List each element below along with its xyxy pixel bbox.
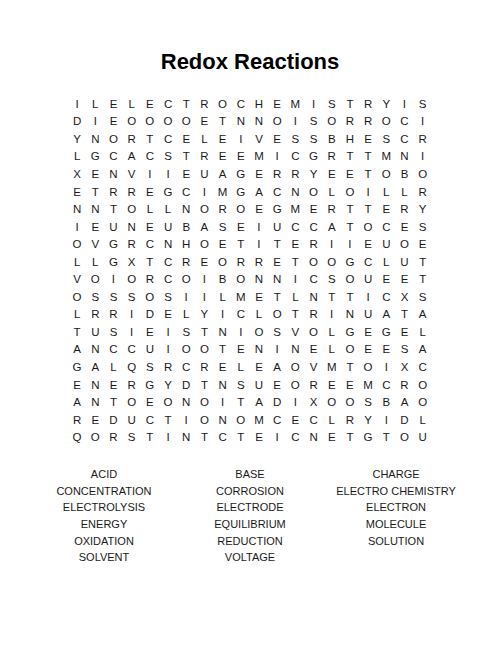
grid-cell-r12c1: O <box>68 288 86 306</box>
grid-cell-r1c15: S <box>323 95 341 113</box>
grid-cell-r11c19: E <box>395 270 413 288</box>
grid-cell-r13c2: R <box>86 306 104 324</box>
grid-cell-r8c19: E <box>395 218 413 236</box>
grid-cell-r15c12: I <box>268 341 286 359</box>
grid-cell-r2c1: D <box>68 113 86 131</box>
grid-cell-r3c7: E <box>177 130 195 148</box>
grid-cell-r6c14: O <box>304 183 322 201</box>
grid-cell-r1c19: I <box>395 95 413 113</box>
grid-cell-r15c6: I <box>159 341 177 359</box>
word-list-item: OXIDATION <box>31 533 177 550</box>
grid-cell-r5c2: E <box>86 165 104 183</box>
grid-cell-r20c5: T <box>141 428 159 446</box>
grid-cell-r12c8: I <box>195 288 213 306</box>
grid-cell-r17c12: E <box>268 376 286 394</box>
grid-cell-r14c11: O <box>250 323 268 341</box>
grid-cell-r8c15: A <box>323 218 341 236</box>
grid-cell-r19c12: C <box>268 411 286 429</box>
grid-cell-r16c13: O <box>286 358 304 376</box>
grid-cell-r2c19: C <box>395 113 413 131</box>
grid-cell-r12c15: T <box>323 288 341 306</box>
grid-cell-r2c7: O <box>177 113 195 131</box>
grid-cell-r18c10: T <box>232 393 250 411</box>
grid-cell-r14c5: E <box>141 323 159 341</box>
grid-cell-r9c18: U <box>377 235 395 253</box>
word-list-column-2: BASECORROSIONELECTRODEEQUILIBRIUMREDUCTI… <box>177 466 323 566</box>
grid-cell-r14c19: E <box>395 323 413 341</box>
word-list-item: ELECTRON <box>323 499 469 516</box>
grid-cell-r16c14: V <box>304 358 322 376</box>
grid-cell-r11c17: U <box>359 270 377 288</box>
grid-cell-r7c10: O <box>232 200 250 218</box>
grid-cell-r4c4: A <box>123 148 141 166</box>
grid-cell-r14c10: I <box>232 323 250 341</box>
grid-cell-r15c8: O <box>195 341 213 359</box>
grid-cell-r18c5: E <box>141 393 159 411</box>
grid-cell-r3c11: V <box>250 130 268 148</box>
grid-cell-r18c8: O <box>195 393 213 411</box>
grid-cell-r19c19: D <box>395 411 413 429</box>
grid-cell-r14c3: S <box>104 323 122 341</box>
grid-cell-r5c13: R <box>286 165 304 183</box>
grid-cell-r8c2: E <box>86 218 104 236</box>
grid-cell-r13c3: R <box>104 306 122 324</box>
grid-cell-r7c9: R <box>214 200 232 218</box>
grid-cell-r6c9: M <box>214 183 232 201</box>
grid-cell-r17c13: O <box>286 376 304 394</box>
grid-cell-r7c1: N <box>68 200 86 218</box>
word-list-item: BASE <box>177 466 323 483</box>
grid-cell-r18c4: O <box>123 393 141 411</box>
grid-cell-r6c7: C <box>177 183 195 201</box>
grid-cell-r15c2: N <box>86 341 104 359</box>
grid-cell-r2c5: O <box>141 113 159 131</box>
grid-cell-r13c7: L <box>177 306 195 324</box>
grid-cell-r6c15: L <box>323 183 341 201</box>
grid-cell-r1c6: C <box>159 95 177 113</box>
grid-cell-r11c14: C <box>304 270 322 288</box>
grid-cell-r3c14: S <box>304 130 322 148</box>
grid-cell-r12c6: S <box>159 288 177 306</box>
grid-cell-r17c9: N <box>214 376 232 394</box>
word-list-item: ACID <box>31 466 177 483</box>
grid-cell-r10c5: T <box>141 253 159 271</box>
grid-cell-r18c11: A <box>250 393 268 411</box>
grid-cell-r20c1: Q <box>68 428 86 446</box>
grid-cell-r14c4: I <box>123 323 141 341</box>
grid-cell-r1c20: S <box>414 95 432 113</box>
grid-cell-r12c7: I <box>177 288 195 306</box>
word-list-item: ELECTRODE <box>177 499 323 516</box>
grid-cell-r17c2: N <box>86 376 104 394</box>
grid-cell-r15c3: C <box>104 341 122 359</box>
grid-cell-r15c13: N <box>286 341 304 359</box>
grid-cell-r1c16: T <box>341 95 359 113</box>
grid-cell-r20c9: C <box>214 428 232 446</box>
grid-cell-r5c12: R <box>268 165 286 183</box>
grid-cell-r5c11: E <box>250 165 268 183</box>
grid-cell-r3c18: S <box>377 130 395 148</box>
grid-cell-r5c7: E <box>177 165 195 183</box>
grid-cell-r19c7: I <box>177 411 195 429</box>
grid-cell-r15c14: E <box>304 341 322 359</box>
grid-cell-r19c11: M <box>250 411 268 429</box>
grid-cell-r15c4: C <box>123 341 141 359</box>
grid-cell-r10c8: E <box>195 253 213 271</box>
grid-cell-r1c1: I <box>68 95 86 113</box>
grid-cell-r13c13: T <box>286 306 304 324</box>
grid-cell-r6c13: N <box>286 183 304 201</box>
grid-cell-r16c4: Q <box>123 358 141 376</box>
word-list-item: ELECTROLYSIS <box>31 499 177 516</box>
grid-cell-r18c17: S <box>359 393 377 411</box>
grid-cell-r10c13: T <box>286 253 304 271</box>
grid-cell-r13c11: L <box>250 306 268 324</box>
grid-cell-r6c11: A <box>250 183 268 201</box>
grid-cell-r13c1: L <box>68 306 86 324</box>
grid-cell-r10c9: O <box>214 253 232 271</box>
grid-cell-r3c1: Y <box>68 130 86 148</box>
grid-cell-r1c2: L <box>86 95 104 113</box>
grid-cell-r7c2: N <box>86 200 104 218</box>
grid-cell-r18c19: A <box>395 393 413 411</box>
grid-cell-r16c8: R <box>195 358 213 376</box>
grid-cell-r1c9: O <box>214 95 232 113</box>
grid-cell-r19c3: D <box>104 411 122 429</box>
grid-cell-r14c20: L <box>414 323 432 341</box>
grid-cell-r13c16: N <box>341 306 359 324</box>
grid-cell-r20c19: O <box>395 428 413 446</box>
grid-cell-r2c12: O <box>268 113 286 131</box>
grid-cell-r3c17: E <box>359 130 377 148</box>
grid-cell-r5c20: O <box>414 165 432 183</box>
grid-cell-r12c19: X <box>395 288 413 306</box>
grid-cell-r8c5: E <box>141 218 159 236</box>
grid-cell-r10c1: L <box>68 253 86 271</box>
grid-cell-r11c5: R <box>141 270 159 288</box>
grid-cell-r1c5: E <box>141 95 159 113</box>
grid-cell-r4c7: T <box>177 148 195 166</box>
grid-cell-r17c15: E <box>323 376 341 394</box>
grid-cell-r3c3: O <box>104 130 122 148</box>
grid-cell-r5c1: X <box>68 165 86 183</box>
grid-cell-r14c18: G <box>377 323 395 341</box>
grid-cell-r9c7: H <box>177 235 195 253</box>
grid-cell-r15c15: L <box>323 341 341 359</box>
grid-cell-r17c5: G <box>141 376 159 394</box>
grid-cell-r10c17: C <box>359 253 377 271</box>
grid-cell-r19c18: I <box>377 411 395 429</box>
grid-cell-r14c8: T <box>195 323 213 341</box>
grid-cell-r5c16: E <box>341 165 359 183</box>
grid-cell-r6c19: L <box>395 183 413 201</box>
word-list-item: VOLTAGE <box>177 549 323 566</box>
grid-cell-r5c10: G <box>232 165 250 183</box>
grid-cell-r15c16: O <box>341 341 359 359</box>
grid-cell-r9c19: O <box>395 235 413 253</box>
grid-cell-r16c16: T <box>341 358 359 376</box>
grid-cell-r5c18: O <box>377 165 395 183</box>
grid-cell-r9c8: O <box>195 235 213 253</box>
word-list-item: ELECTRO CHEMISTRY <box>323 483 469 500</box>
grid-cell-r20c7: N <box>177 428 195 446</box>
grid-cell-r19c4: U <box>123 411 141 429</box>
grid-cell-r20c14: N <box>304 428 322 446</box>
grid-cell-r8c4: N <box>123 218 141 236</box>
grid-cell-r12c13: L <box>286 288 304 306</box>
grid-cell-r1c11: H <box>250 95 268 113</box>
grid-cell-r12c17: I <box>359 288 377 306</box>
grid-cell-r11c9: B <box>214 270 232 288</box>
grid-cell-r18c12: D <box>268 393 286 411</box>
grid-cell-r16c12: A <box>268 358 286 376</box>
grid-cell-r15c9: T <box>214 341 232 359</box>
grid-cell-r17c10: S <box>232 376 250 394</box>
grid-cell-r6c18: L <box>377 183 395 201</box>
grid-cell-r13c6: E <box>159 306 177 324</box>
grid-cell-r7c7: N <box>177 200 195 218</box>
grid-cell-r8c6: U <box>159 218 177 236</box>
grid-cell-r9c1: O <box>68 235 86 253</box>
grid-cell-r18c6: O <box>159 393 177 411</box>
grid-cell-r7c17: T <box>359 200 377 218</box>
page-title: Redox Reactions <box>0 0 500 75</box>
grid-cell-r2c9: T <box>214 113 232 131</box>
grid-cell-r10c6: C <box>159 253 177 271</box>
grid-cell-r13c12: O <box>268 306 286 324</box>
grid-cell-r7c20: Y <box>414 200 432 218</box>
grid-cell-r16c9: E <box>214 358 232 376</box>
grid-cell-r4c10: E <box>232 148 250 166</box>
grid-cell-r11c11: N <box>250 270 268 288</box>
grid-cell-r16c6: R <box>159 358 177 376</box>
grid-cell-r20c17: G <box>359 428 377 446</box>
grid-cell-r19c10: O <box>232 411 250 429</box>
grid-cell-r18c2: N <box>86 393 104 411</box>
grid-cell-r3c8: L <box>195 130 213 148</box>
grid-cell-r3c9: E <box>214 130 232 148</box>
grid-cell-r5c4: V <box>123 165 141 183</box>
grid-cell-r8c1: I <box>68 218 86 236</box>
grid-cell-r17c14: R <box>304 376 322 394</box>
grid-cell-r8c9: S <box>214 218 232 236</box>
grid-cell-r11c13: I <box>286 270 304 288</box>
grid-cell-r7c8: O <box>195 200 213 218</box>
grid-cell-r11c20: T <box>414 270 432 288</box>
grid-cell-r8c14: C <box>304 218 322 236</box>
grid-cell-r11c6: C <box>159 270 177 288</box>
grid-cell-r6c10: G <box>232 183 250 201</box>
grid-cell-r9c10: T <box>232 235 250 253</box>
grid-cell-r12c9: L <box>214 288 232 306</box>
grid-cell-r10c2: L <box>86 253 104 271</box>
grid-cell-r3c15: B <box>323 130 341 148</box>
grid-cell-r1c12: E <box>268 95 286 113</box>
grid-cell-r4c2: G <box>86 148 104 166</box>
grid-cell-r19c16: R <box>341 411 359 429</box>
grid-cell-r14c1: T <box>68 323 86 341</box>
grid-cell-r8c18: C <box>377 218 395 236</box>
grid-cell-r1c7: T <box>177 95 195 113</box>
grid-cell-r16c19: X <box>395 358 413 376</box>
grid-cell-r2c3: E <box>104 113 122 131</box>
grid-cell-r17c20: O <box>414 376 432 394</box>
grid-cell-r8c17: O <box>359 218 377 236</box>
grid-cell-r7c15: R <box>323 200 341 218</box>
grid-cell-r8c20: S <box>414 218 432 236</box>
grid-cell-r2c6: O <box>159 113 177 131</box>
grid-cell-r14c13: V <box>286 323 304 341</box>
grid-cell-r7c14: E <box>304 200 322 218</box>
grid-cell-r10c14: O <box>304 253 322 271</box>
grid-cell-r2c16: R <box>341 113 359 131</box>
grid-cell-r17c18: C <box>377 376 395 394</box>
word-list-item: EQUILIBRIUM <box>177 516 323 533</box>
grid-cell-r20c16: T <box>341 428 359 446</box>
grid-cell-r11c8: I <box>195 270 213 288</box>
grid-cell-r8c7: B <box>177 218 195 236</box>
grid-cell-r18c18: B <box>377 393 395 411</box>
grid-cell-r20c2: O <box>86 428 104 446</box>
grid-cell-r18c1: A <box>68 393 86 411</box>
grid-cell-r17c3: E <box>104 376 122 394</box>
grid-cell-r19c15: L <box>323 411 341 429</box>
grid-cell-r6c3: R <box>104 183 122 201</box>
grid-cell-r13c20: A <box>414 306 432 324</box>
grid-cell-r20c18: T <box>377 428 395 446</box>
grid-cell-r20c15: E <box>323 428 341 446</box>
grid-cell-r16c2: A <box>86 358 104 376</box>
worksheet-page: Redox Reactions ILELECTROCHEMISTRYISDIEO… <box>0 0 500 647</box>
grid-cell-r20c11: E <box>250 428 268 446</box>
grid-cell-r16c7: C <box>177 358 195 376</box>
grid-cell-r6c20: R <box>414 183 432 201</box>
grid-cell-r14c15: L <box>323 323 341 341</box>
grid-cell-r4c6: S <box>159 148 177 166</box>
grid-cell-r4c20: I <box>414 148 432 166</box>
grid-cell-r20c4: S <box>123 428 141 446</box>
grid-cell-r11c16: O <box>341 270 359 288</box>
grid-cell-r4c1: L <box>68 148 86 166</box>
grid-cell-r13c17: U <box>359 306 377 324</box>
grid-cell-r20c20: U <box>414 428 432 446</box>
grid-cell-r3c13: S <box>286 130 304 148</box>
grid-cell-r18c15: O <box>323 393 341 411</box>
grid-cell-r16c5: S <box>141 358 159 376</box>
grid-cell-r6c16: O <box>341 183 359 201</box>
grid-cell-r13c15: I <box>323 306 341 324</box>
grid-cell-r20c8: T <box>195 428 213 446</box>
grid-cell-r10c12: E <box>268 253 286 271</box>
grid-cell-r3c10: I <box>232 130 250 148</box>
grid-cell-r17c16: E <box>341 376 359 394</box>
grid-cell-r16c3: L <box>104 358 122 376</box>
grid-cell-r9c11: I <box>250 235 268 253</box>
grid-cell-r13c8: Y <box>195 306 213 324</box>
grid-cell-r7c4: O <box>123 200 141 218</box>
word-list-item: MOLECULE <box>323 516 469 533</box>
grid-cell-r9c5: C <box>141 235 159 253</box>
grid-cell-r4c19: N <box>395 148 413 166</box>
grid-cell-r5c8: U <box>195 165 213 183</box>
grid-cell-r13c19: T <box>395 306 413 324</box>
grid-cell-r11c12: N <box>268 270 286 288</box>
grid-cell-r18c7: N <box>177 393 195 411</box>
grid-cell-r9c9: E <box>214 235 232 253</box>
grid-cell-r12c12: T <box>268 288 286 306</box>
grid-cell-r12c4: S <box>123 288 141 306</box>
grid-cell-r6c4: R <box>123 183 141 201</box>
grid-cell-r8c16: T <box>341 218 359 236</box>
grid-cell-r13c9: I <box>214 306 232 324</box>
grid-cell-r13c18: A <box>377 306 395 324</box>
grid-cell-r3c20: R <box>414 130 432 148</box>
grid-cell-r9c20: E <box>414 235 432 253</box>
grid-cell-r9c2: V <box>86 235 104 253</box>
grid-cell-r7c12: G <box>268 200 286 218</box>
grid-cell-r14c14: O <box>304 323 322 341</box>
grid-cell-r4c9: E <box>214 148 232 166</box>
grid-cell-r20c3: R <box>104 428 122 446</box>
grid-cell-r4c3: C <box>104 148 122 166</box>
grid-cell-r17c17: M <box>359 376 377 394</box>
grid-cell-r17c19: R <box>395 376 413 394</box>
grid-cell-r13c4: I <box>123 306 141 324</box>
grid-cell-r8c10: E <box>232 218 250 236</box>
grid-cell-r17c4: R <box>123 376 141 394</box>
grid-cell-r6c8: I <box>195 183 213 201</box>
grid-cell-r19c17: Y <box>359 411 377 429</box>
grid-cell-r16c18: I <box>377 358 395 376</box>
grid-cell-r15c11: N <box>250 341 268 359</box>
grid-cell-r7c5: L <box>141 200 159 218</box>
grid-cell-r3c6: C <box>159 130 177 148</box>
grid-cell-r1c4: L <box>123 95 141 113</box>
grid-cell-r11c3: I <box>104 270 122 288</box>
grid-cell-r6c5: E <box>141 183 159 201</box>
grid-cell-r3c12: E <box>268 130 286 148</box>
grid-cell-r2c14: S <box>304 113 322 131</box>
grid-cell-r19c14: C <box>304 411 322 429</box>
grid-cell-r15c19: S <box>395 341 413 359</box>
grid-cell-r19c5: C <box>141 411 159 429</box>
grid-cell-r4c11: M <box>250 148 268 166</box>
grid-cell-r16c15: M <box>323 358 341 376</box>
grid-cell-r16c20: C <box>414 358 432 376</box>
grid-cell-r2c11: N <box>250 113 268 131</box>
grid-cell-r7c13: M <box>286 200 304 218</box>
grid-cell-r8c3: U <box>104 218 122 236</box>
grid-cell-r19c20: L <box>414 411 432 429</box>
grid-cell-r18c13: I <box>286 393 304 411</box>
grid-cell-r7c6: L <box>159 200 177 218</box>
grid-cell-r12c5: O <box>141 288 159 306</box>
grid-cell-r12c16: T <box>341 288 359 306</box>
grid-cell-r12c10: M <box>232 288 250 306</box>
grid-cell-r5c3: N <box>104 165 122 183</box>
grid-cell-r19c9: N <box>214 411 232 429</box>
word-list-item: ENERGY <box>31 516 177 533</box>
grid-cell-r9c12: T <box>268 235 286 253</box>
grid-cell-r15c5: U <box>141 341 159 359</box>
grid-cell-r1c10: C <box>232 95 250 113</box>
grid-cell-r9c13: E <box>286 235 304 253</box>
grid-cell-r6c2: T <box>86 183 104 201</box>
grid-cell-r10c20: T <box>414 253 432 271</box>
grid-cell-r5c17: T <box>359 165 377 183</box>
word-list-column-1: ACIDCONCENTRATIONELECTROLYSISENERGYOXIDA… <box>31 466 177 566</box>
grid-cell-r4c12: I <box>268 148 286 166</box>
